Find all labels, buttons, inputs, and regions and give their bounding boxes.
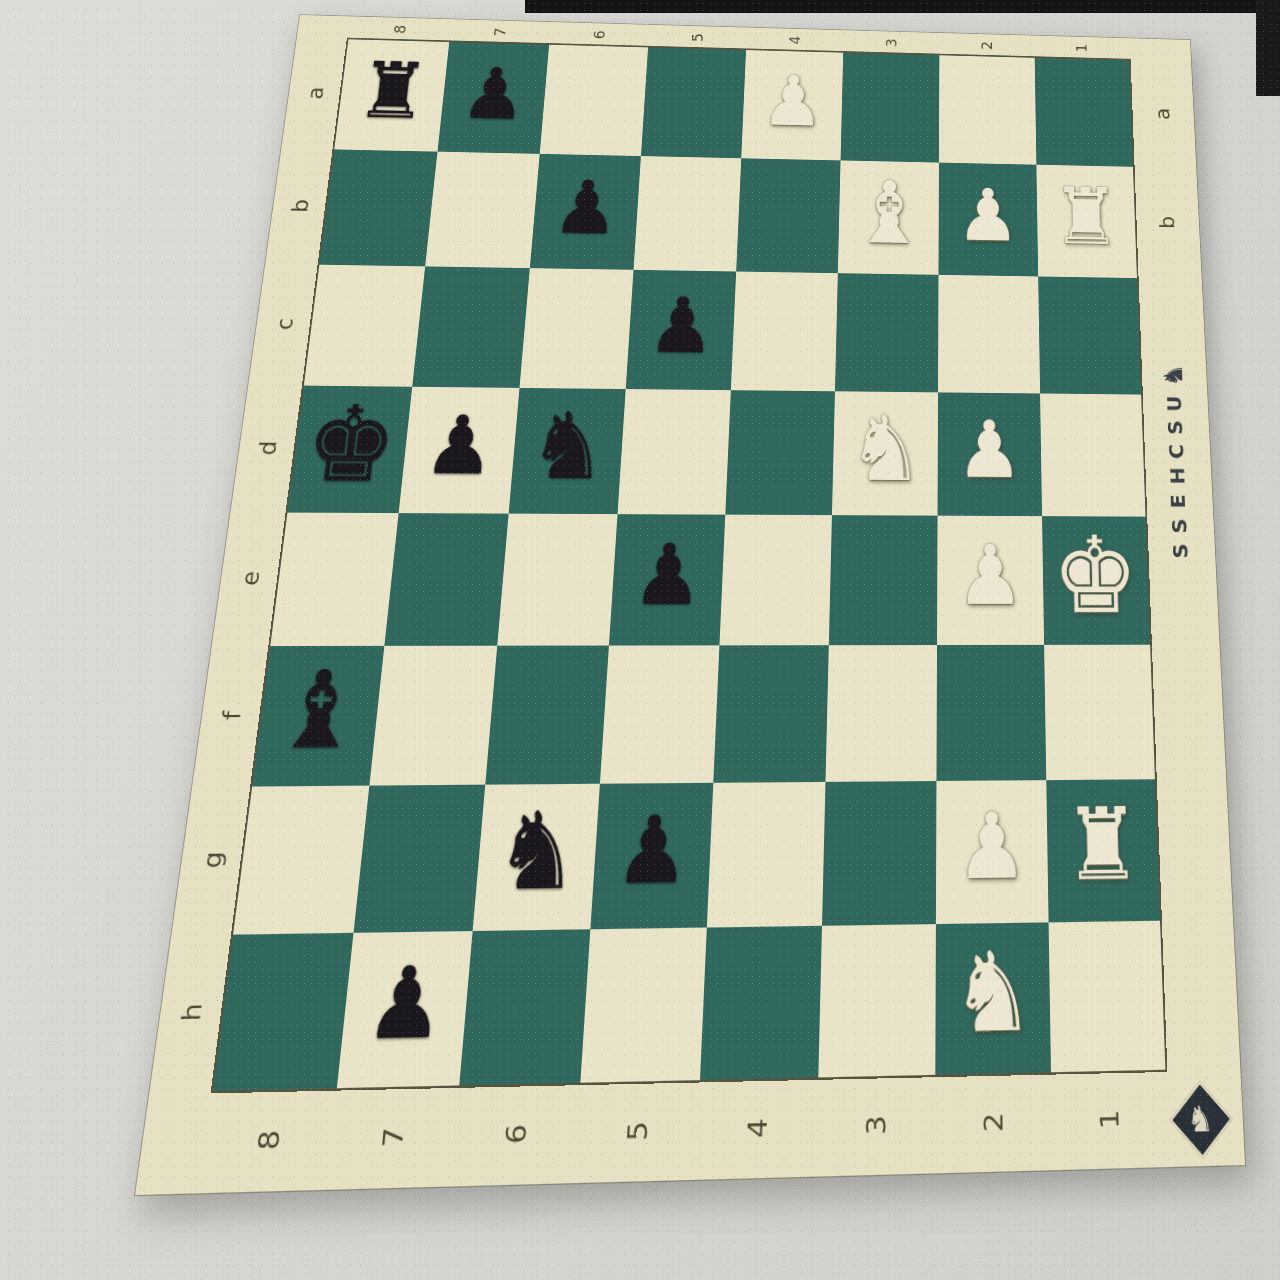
- square-g4[interactable]: [707, 782, 826, 928]
- square-a2[interactable]: [939, 55, 1036, 164]
- square-e1[interactable]: ♚: [1042, 516, 1150, 645]
- square-d6[interactable]: ♞: [509, 388, 626, 514]
- square-d7[interactable]: ♟: [399, 387, 520, 514]
- black-pawn-d7[interactable]: ♟: [399, 382, 520, 509]
- square-d5[interactable]: [618, 389, 731, 515]
- brand-letter-C: C: [1166, 444, 1188, 459]
- square-d2[interactable]: ♟: [938, 392, 1043, 516]
- square-b4[interactable]: [736, 158, 840, 273]
- brand-letter-E: E: [1168, 494, 1191, 508]
- brand-knight-icon: ♞: [1158, 363, 1188, 388]
- white-pawn-a4[interactable]: ♟: [741, 46, 843, 156]
- square-b1[interactable]: ♜: [1036, 165, 1137, 278]
- square-a5[interactable]: [641, 47, 746, 158]
- background-corner-strip: [1256, 0, 1280, 96]
- square-a8[interactable]: ♜: [334, 39, 449, 151]
- square-f6[interactable]: [485, 646, 609, 785]
- square-h1[interactable]: [1049, 921, 1166, 1073]
- square-h6[interactable]: [459, 929, 590, 1085]
- square-e8[interactable]: [270, 513, 398, 646]
- white-pawn-d2[interactable]: ♟: [938, 388, 1042, 512]
- square-g8[interactable]: [233, 786, 369, 935]
- square-a6[interactable]: [540, 45, 648, 156]
- square-g7[interactable]: [354, 785, 486, 933]
- square-e7[interactable]: [384, 513, 508, 646]
- square-c2[interactable]: [938, 275, 1040, 394]
- white-pawn-b2[interactable]: ♟: [939, 158, 1039, 272]
- square-e3[interactable]: [829, 515, 938, 645]
- square-c8[interactable]: [304, 265, 425, 387]
- square-g2[interactable]: ♟: [936, 780, 1049, 924]
- square-c7[interactable]: [412, 266, 530, 387]
- square-g1[interactable]: ♜: [1046, 779, 1160, 922]
- square-f4[interactable]: [713, 645, 829, 783]
- square-c4[interactable]: [731, 272, 838, 392]
- square-h7[interactable]: ♟: [337, 931, 473, 1088]
- square-c5[interactable]: ♟: [626, 270, 736, 390]
- board-grid: ♜♟♟♟♝♟♜♟♚♟♞♞♟♟♟♚♝♞♟♟♜♟♞: [213, 39, 1165, 1091]
- white-knight-h2[interactable]: ♞: [935, 917, 1051, 1069]
- chess-board: abcdefgh ab 87654321 87654321 ♜♟♟♟♝♟♜♟♚♟…: [135, 15, 1245, 1195]
- square-d1[interactable]: [1040, 393, 1145, 516]
- square-a7[interactable]: ♟: [437, 42, 549, 154]
- square-g3[interactable]: [822, 781, 936, 926]
- uschess-logo: ♞: [1164, 1075, 1237, 1162]
- brand-text: ♞USCHESS: [1145, 359, 1210, 563]
- brand-letter-H: H: [1166, 467, 1189, 484]
- white-bishop-b3[interactable]: ♝: [838, 156, 939, 270]
- logo-knight-icon: ♞: [1164, 1075, 1237, 1162]
- square-f8[interactable]: ♝: [252, 646, 384, 787]
- black-knight-d6[interactable]: ♞: [509, 383, 626, 509]
- rank-labels-bottom: 87654321: [200, 1070, 1169, 1194]
- square-f3[interactable]: [825, 645, 937, 782]
- square-f1[interactable]: [1044, 645, 1155, 780]
- square-c1[interactable]: [1038, 276, 1141, 394]
- brand-letter-S: S: [1170, 544, 1193, 559]
- black-pawn-c5[interactable]: ♟: [626, 265, 736, 385]
- square-g6[interactable]: ♞: [473, 784, 600, 931]
- brand-letter-U: U: [1164, 395, 1186, 412]
- square-e5[interactable]: ♟: [609, 514, 725, 645]
- square-a3[interactable]: [841, 53, 940, 163]
- square-f7[interactable]: [369, 646, 497, 786]
- square-b8[interactable]: [319, 149, 437, 266]
- white-pawn-g2[interactable]: ♟: [936, 775, 1049, 919]
- black-king-d8[interactable]: ♚: [288, 381, 413, 508]
- square-b2[interactable]: ♟: [938, 163, 1038, 277]
- white-king-e1[interactable]: ♚: [1042, 511, 1150, 639]
- square-b5[interactable]: [634, 156, 742, 271]
- black-knight-g6[interactable]: ♞: [473, 778, 600, 925]
- square-e2[interactable]: ♟: [937, 516, 1044, 645]
- square-c3[interactable]: [835, 273, 939, 392]
- white-pawn-e2[interactable]: ♟: [937, 511, 1044, 640]
- square-h3[interactable]: [818, 924, 936, 1077]
- square-a1[interactable]: [1035, 58, 1133, 167]
- square-h4[interactable]: [700, 926, 822, 1080]
- square-b7[interactable]: [425, 152, 540, 268]
- square-f2[interactable]: [936, 645, 1046, 781]
- black-pawn-h7[interactable]: ♟: [337, 925, 473, 1082]
- square-h5[interactable]: [580, 928, 706, 1083]
- brand-letter-S: S: [1169, 518, 1192, 533]
- black-bishop-f8[interactable]: ♝: [253, 641, 385, 781]
- black-rook-a8[interactable]: ♜: [335, 35, 450, 147]
- brand-letter-S: S: [1165, 420, 1187, 435]
- square-h8[interactable]: [213, 933, 354, 1091]
- square-a4[interactable]: ♟: [741, 50, 843, 160]
- square-f5[interactable]: [600, 645, 720, 783]
- black-pawn-a7[interactable]: ♟: [438, 38, 550, 150]
- square-h2[interactable]: ♞: [935, 922, 1051, 1074]
- square-d3[interactable]: ♞: [832, 391, 938, 515]
- square-e6[interactable]: [497, 514, 617, 646]
- square-e4[interactable]: [719, 515, 832, 646]
- square-d4[interactable]: [725, 390, 835, 515]
- white-knight-d3[interactable]: ♞: [832, 387, 938, 511]
- square-d8[interactable]: ♚: [287, 386, 412, 513]
- black-pawn-b6[interactable]: ♟: [530, 150, 641, 266]
- square-b6[interactable]: ♟: [530, 154, 641, 270]
- black-pawn-g5[interactable]: ♟: [591, 777, 714, 923]
- square-g5[interactable]: ♟: [590, 783, 713, 929]
- square-b3[interactable]: ♝: [838, 160, 939, 274]
- white-rook-g1[interactable]: ♜: [1046, 774, 1160, 917]
- square-c6[interactable]: [519, 268, 633, 389]
- black-pawn-e5[interactable]: ♟: [609, 509, 725, 640]
- photo-background: abcdefgh ab 87654321 87654321 ♜♟♟♟♝♟♜♟♚♟…: [0, 0, 1280, 1280]
- white-rook-b1[interactable]: ♜: [1036, 161, 1136, 274]
